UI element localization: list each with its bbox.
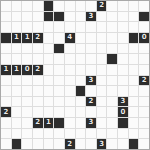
cell-r2-c13[interactable] [139, 22, 149, 32]
cell-r2-c0[interactable] [1, 22, 11, 32]
cell-r8-c1[interactable] [12, 86, 22, 96]
cell-r11-c13[interactable] [139, 118, 149, 128]
cell-r5-c7[interactable] [76, 54, 86, 64]
cell-r12-c9[interactable] [97, 129, 107, 139]
cell-r8-c12[interactable] [129, 86, 139, 96]
cell-r9-c1[interactable] [12, 97, 22, 107]
cell-r13-c5[interactable] [54, 139, 64, 149]
cell-r6-c10[interactable] [107, 65, 117, 75]
cell-r13-c4[interactable] [44, 139, 54, 149]
cell-r10-c9[interactable] [97, 107, 107, 117]
cell-r0-c9-clue-2: 2 [97, 1, 107, 11]
cell-r4-c8[interactable] [86, 44, 96, 54]
cell-r2-c7[interactable] [76, 22, 86, 32]
cell-r10-c4[interactable] [44, 107, 54, 117]
cell-r3-c7[interactable] [76, 33, 86, 43]
cell-r0-c10[interactable] [107, 1, 117, 11]
cell-r8-c11[interactable] [118, 86, 128, 96]
cell-r2-c5[interactable] [54, 22, 64, 32]
cell-r1-c0[interactable] [1, 12, 11, 22]
cell-r7-c12[interactable] [129, 76, 139, 86]
cell-r4-c3[interactable] [33, 44, 43, 54]
cell-r3-c0-black [1, 33, 11, 43]
cell-r13-c6-clue-2: 2 [65, 139, 75, 149]
cell-r8-c8[interactable] [86, 86, 96, 96]
cell-r0-c5[interactable] [54, 1, 64, 11]
cell-r7-c2[interactable] [22, 76, 32, 86]
cell-r13-c9-clue-3: 3 [97, 139, 107, 149]
cell-r4-c7[interactable] [76, 44, 86, 54]
cell-r9-c11-clue-3: 3 [118, 97, 128, 107]
cell-r6-c2-clue-0: 0 [22, 65, 32, 75]
cell-r9-c10[interactable] [107, 97, 117, 107]
cell-r2-c4[interactable] [44, 22, 54, 32]
cell-r11-c0[interactable] [1, 118, 11, 128]
cell-r8-c0[interactable] [1, 86, 11, 96]
cell-r11-c1[interactable] [12, 118, 22, 128]
cell-r12-c4[interactable] [44, 129, 54, 139]
cell-r4-c0[interactable] [1, 44, 11, 54]
cell-r0-c12[interactable] [129, 1, 139, 11]
cell-r0-c3[interactable] [33, 1, 43, 11]
cell-r12-c12[interactable] [129, 129, 139, 139]
cell-r10-c10[interactable] [107, 107, 117, 117]
cell-r13-c3[interactable] [33, 139, 43, 149]
cell-r7-c13-clue-2: 2 [139, 76, 149, 86]
cell-r1-c7[interactable] [76, 12, 86, 22]
cell-r11-c11-black [118, 118, 128, 128]
cell-r9-c9[interactable] [97, 97, 107, 107]
cell-r1-c3[interactable] [33, 12, 43, 22]
cell-r12-c6[interactable] [65, 129, 75, 139]
cell-r6-c9[interactable] [97, 65, 107, 75]
cell-r6-c4[interactable] [44, 65, 54, 75]
cell-r12-c5[interactable] [54, 129, 64, 139]
cell-r6-c12[interactable] [129, 65, 139, 75]
cell-r10-c0-clue-2: 2 [1, 107, 11, 117]
cell-r13-c0[interactable] [1, 139, 11, 149]
cell-r10-c3[interactable] [33, 107, 43, 117]
cell-r13-c8[interactable] [86, 139, 96, 149]
cell-r4-c1[interactable] [12, 44, 22, 54]
cell-r9-c0[interactable] [1, 97, 11, 107]
cell-r7-c6[interactable] [65, 76, 75, 86]
cell-r3-c8[interactable] [86, 33, 96, 43]
cell-r10-c5[interactable] [54, 107, 64, 117]
cell-r7-c4[interactable] [44, 76, 54, 86]
cell-r13-c11[interactable] [118, 139, 128, 149]
cell-r5-c13[interactable] [139, 54, 149, 64]
cell-r4-c5-black [54, 44, 64, 54]
cell-r3-c1-clue-1: 1 [12, 33, 22, 43]
cell-r11-c12[interactable] [129, 118, 139, 128]
cell-r1-c13-black [139, 12, 149, 22]
cell-r10-c8[interactable] [86, 107, 96, 117]
cell-r7-c11[interactable] [118, 76, 128, 86]
cell-r5-c10-black [107, 54, 117, 64]
cell-r3-c11[interactable] [118, 33, 128, 43]
cell-r12-c10[interactable] [107, 129, 117, 139]
cell-r1-c9[interactable] [97, 12, 107, 22]
cell-r7-c3[interactable] [33, 76, 43, 86]
cell-r13-c10[interactable] [107, 139, 117, 149]
cell-r11-c2[interactable] [22, 118, 32, 128]
cell-r5-c9[interactable] [97, 54, 107, 64]
cell-r1-c12[interactable] [129, 12, 139, 22]
cell-r12-c0[interactable] [1, 129, 11, 139]
cell-r8-c2[interactable] [22, 86, 32, 96]
cell-r6-c5[interactable] [54, 65, 64, 75]
cell-r0-c8[interactable] [86, 1, 96, 11]
cell-r2-c8[interactable] [86, 22, 96, 32]
cell-r11-c9[interactable] [97, 118, 107, 128]
cell-r0-c6[interactable] [65, 1, 75, 11]
cell-r7-c7[interactable] [76, 76, 86, 86]
cell-r8-c10[interactable] [107, 86, 117, 96]
cell-r5-c1[interactable] [12, 54, 22, 64]
cell-r1-c6[interactable] [65, 12, 75, 22]
cell-r3-c9[interactable] [97, 33, 107, 43]
cell-r12-c7[interactable] [76, 129, 86, 139]
cell-r7-c10[interactable] [107, 76, 117, 86]
cell-r2-c12[interactable] [129, 22, 139, 32]
cell-r0-c4-black [44, 1, 54, 11]
cell-r5-c6[interactable] [65, 54, 75, 64]
cell-r3-c13-clue-0: 0 [139, 33, 149, 43]
cell-r5-c2[interactable] [22, 54, 32, 64]
akari-board: 2311240110232232021323 [0, 0, 150, 150]
cell-r5-c12[interactable] [129, 54, 139, 64]
cell-r10-c2[interactable] [22, 107, 32, 117]
cell-r8-c3[interactable] [33, 86, 43, 96]
cell-r1-c10[interactable] [107, 12, 117, 22]
cell-r11-c8-clue-3: 3 [86, 118, 96, 128]
cell-r12-c8[interactable] [86, 129, 96, 139]
cell-r9-c3[interactable] [33, 97, 43, 107]
cell-r3-c4[interactable] [44, 33, 54, 43]
cell-r7-c9[interactable] [97, 76, 107, 86]
cell-r10-c7[interactable] [76, 107, 86, 117]
cell-r11-c3-clue-2: 2 [33, 118, 43, 128]
cell-r8-c9[interactable] [97, 86, 107, 96]
cell-r0-c11[interactable] [118, 1, 128, 11]
cell-r7-c8-clue-3: 3 [86, 76, 96, 86]
cell-r2-c10[interactable] [107, 22, 117, 32]
cell-r3-c10[interactable] [107, 33, 117, 43]
cell-r4-c4[interactable] [44, 44, 54, 54]
cell-r11-c4-clue-1: 1 [44, 118, 54, 128]
cell-r9-c8-clue-2: 2 [86, 97, 96, 107]
cell-r0-c7[interactable] [76, 1, 86, 11]
cell-r9-c5[interactable] [54, 97, 64, 107]
cell-r4-c12[interactable] [129, 44, 139, 54]
cell-r6-c1-clue-1: 1 [12, 65, 22, 75]
cell-r1-c1[interactable] [12, 12, 22, 22]
cell-r4-c10[interactable] [107, 44, 117, 54]
cell-r13-c2[interactable] [22, 139, 32, 149]
cell-r1-c8-clue-3: 3 [86, 12, 96, 22]
cell-r6-c11[interactable] [118, 65, 128, 75]
cell-r2-c11[interactable] [118, 22, 128, 32]
cell-r6-c13[interactable] [139, 65, 149, 75]
cell-r8-c6[interactable] [65, 86, 75, 96]
cell-r0-c1[interactable] [12, 1, 22, 11]
cell-r6-c7[interactable] [76, 65, 86, 75]
cell-r9-c2[interactable] [22, 97, 32, 107]
cell-r13-c1-black [12, 139, 22, 149]
cell-r5-c3[interactable] [33, 54, 43, 64]
cell-r9-c13[interactable] [139, 97, 149, 107]
cell-r4-c13[interactable] [139, 44, 149, 54]
cell-r6-c8[interactable] [86, 65, 96, 75]
cell-r4-c11[interactable] [118, 44, 128, 54]
cell-r9-c4[interactable] [44, 97, 54, 107]
cell-r3-c3-clue-2: 2 [33, 33, 43, 43]
cell-r13-c13[interactable] [139, 139, 149, 149]
cell-r2-c9[interactable] [97, 22, 107, 32]
cell-r2-c6[interactable] [65, 22, 75, 32]
cell-r12-c3[interactable] [33, 129, 43, 139]
cell-r6-c0-clue-1: 1 [1, 65, 11, 75]
cell-r4-c2[interactable] [22, 44, 32, 54]
cell-r10-c6[interactable] [65, 107, 75, 117]
cell-r5-c5[interactable] [54, 54, 64, 64]
cell-r2-c1[interactable] [12, 22, 22, 32]
cell-r4-c9[interactable] [97, 44, 107, 54]
cell-r8-c5[interactable] [54, 86, 64, 96]
cell-r12-c2[interactable] [22, 129, 32, 139]
cell-r8-c4[interactable] [44, 86, 54, 96]
cell-r11-c6[interactable] [65, 118, 75, 128]
cell-r0-c2[interactable] [22, 1, 32, 11]
cell-r8-c7-black [76, 86, 86, 96]
cell-r0-c0[interactable] [1, 1, 11, 11]
cell-r5-c8[interactable] [86, 54, 96, 64]
cell-r8-c13[interactable] [139, 86, 149, 96]
cell-r11-c5-black [54, 118, 64, 128]
cell-r12-c11[interactable] [118, 129, 128, 139]
cell-r2-c3[interactable] [33, 22, 43, 32]
cell-r9-c6[interactable] [65, 97, 75, 107]
cell-r1-c5-black [54, 12, 64, 22]
cell-r3-c5[interactable] [54, 33, 64, 43]
cell-r10-c1[interactable] [12, 107, 22, 117]
cell-r5-c0[interactable] [1, 54, 11, 64]
cell-r5-c11[interactable] [118, 54, 128, 64]
cell-r9-c7[interactable] [76, 97, 86, 107]
cell-r3-c6-clue-4: 4 [65, 33, 75, 43]
cell-r6-c6[interactable] [65, 65, 75, 75]
cell-r13-c7[interactable] [76, 139, 86, 149]
cell-r12-c1[interactable] [12, 129, 22, 139]
cell-r6-c3-clue-2: 2 [33, 65, 43, 75]
cell-r0-c13[interactable] [139, 1, 149, 11]
cell-r9-c12[interactable] [129, 97, 139, 107]
cell-r1-c11[interactable] [118, 12, 128, 22]
cell-r1-c4-black [44, 12, 54, 22]
cell-r13-c12-black [129, 139, 139, 149]
cell-r12-c13[interactable] [139, 129, 149, 139]
cell-r5-c4[interactable] [44, 54, 54, 64]
cell-r3-c12-black [129, 33, 139, 43]
cell-r7-c1[interactable] [12, 76, 22, 86]
cell-r10-c13[interactable] [139, 107, 149, 117]
cell-r11-c10[interactable] [107, 118, 117, 128]
cell-r10-c11-clue-0: 0 [118, 107, 128, 117]
cell-r1-c2[interactable] [22, 12, 32, 22]
cell-r7-c0[interactable] [1, 76, 11, 86]
cell-r4-c6[interactable] [65, 44, 75, 54]
cell-r7-c5[interactable] [54, 76, 64, 86]
cell-r2-c2[interactable] [22, 22, 32, 32]
cell-r3-c2-clue-1: 1 [22, 33, 32, 43]
cell-r11-c7[interactable] [76, 118, 86, 128]
cell-r10-c12[interactable] [129, 107, 139, 117]
